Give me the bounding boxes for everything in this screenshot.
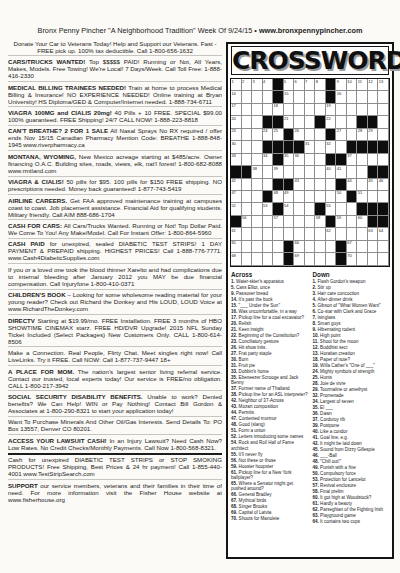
- grid-cell[interactable]: [252, 141, 263, 153]
- grid-cell[interactable]: [305, 216, 316, 228]
- grid-cell[interactable]: 70: [347, 253, 358, 265]
- grid-cell[interactable]: [315, 104, 326, 116]
- clue: 20. Relish: [231, 321, 308, 326]
- cell-number: 17: [231, 103, 235, 108]
- grid-cell[interactable]: [357, 104, 368, 116]
- grid-cell[interactable]: 10: [347, 79, 358, 91]
- grid-cell[interactable]: 58: [315, 216, 326, 228]
- grid-cell[interactable]: [252, 203, 263, 215]
- black-cell: [378, 203, 389, 215]
- grid-cell[interactable]: 31: [305, 141, 316, 153]
- grid-cell[interactable]: 47: [231, 191, 242, 203]
- grid-cell[interactable]: 6: [294, 79, 305, 91]
- ad-item: SUPPORT our service members, veterans an…: [8, 479, 222, 504]
- black-cell: [284, 129, 295, 141]
- ad-item: VIAGRA & CIALIS! 50 pills for $95. 100 p…: [8, 176, 222, 194]
- cell-number: 29: [368, 128, 372, 133]
- grid-cell[interactable]: [252, 116, 263, 128]
- grid-cell[interactable]: [357, 253, 368, 265]
- black-cell: [326, 154, 337, 166]
- grid-cell[interactable]: [315, 141, 326, 153]
- grid-cell[interactable]: [378, 116, 389, 128]
- cell-number: 67: [347, 240, 351, 245]
- clue: 36. Dawn: [313, 411, 390, 416]
- cell-number: 4: [263, 79, 265, 84]
- clue: 15. "___ Under the Sun": [231, 303, 308, 308]
- grid-cell[interactable]: 20: [231, 116, 242, 128]
- grid-cell[interactable]: 3: [252, 79, 263, 91]
- header-text: Bronx Penny Pincher "A Neighborhood Trad…: [38, 26, 259, 35]
- clue-section: Across 1. Water-skier's apparatus5. Cass…: [230, 271, 390, 554]
- grid-cell[interactable]: 15: [284, 91, 295, 103]
- grid-cell[interactable]: 54: [284, 203, 295, 215]
- cell-number: 22: [326, 116, 330, 121]
- grid-cell[interactable]: [336, 228, 347, 240]
- grid-cell[interactable]: [273, 253, 284, 265]
- black-cell: [368, 166, 379, 178]
- grid-cell[interactable]: [252, 191, 263, 203]
- clue: 18. Paper of note?: [313, 357, 390, 362]
- black-cell: [263, 191, 274, 203]
- clue: 52. Letters introducing some names: [231, 434, 308, 439]
- clue: 11. Shoot for the moon: [313, 339, 390, 344]
- clue: 21. Keen insight: [231, 327, 308, 332]
- cell-number: 16: [337, 91, 341, 96]
- clue: 61. Pickup line for a New York ballplaye…: [231, 470, 308, 481]
- black-cell: [368, 116, 379, 128]
- clue: 59. Hoosier hoopster: [231, 464, 308, 469]
- cell-number: 59: [337, 215, 341, 220]
- cell-number: 24: [263, 128, 267, 133]
- grid-cell[interactable]: [284, 228, 295, 240]
- clue: 23. Conciliatory gesture: [231, 339, 308, 344]
- black-cell: [263, 141, 274, 153]
- grid-cell[interactable]: 16: [336, 91, 347, 103]
- grid-cell[interactable]: 34: [263, 154, 274, 166]
- grid-cell[interactable]: [252, 241, 263, 253]
- cell-number: 55: [326, 203, 330, 208]
- grid-cell[interactable]: [305, 91, 316, 103]
- black-cell: [315, 116, 326, 128]
- grid-cell[interactable]: [263, 91, 274, 103]
- grid-cell[interactable]: [326, 253, 337, 265]
- cell-number: 5: [284, 79, 286, 84]
- grid-cell[interactable]: [252, 216, 263, 228]
- grid-cell[interactable]: [242, 203, 253, 215]
- cell-number: 40: [326, 166, 330, 171]
- grid-cell[interactable]: [273, 228, 284, 240]
- cell-number: 69: [295, 253, 299, 258]
- grid-cell[interactable]: [368, 154, 379, 166]
- cell-number: 13: [379, 79, 383, 84]
- grid-cell[interactable]: 69: [294, 253, 305, 265]
- clue: 22. Beginning of the Constitution?: [231, 333, 308, 338]
- grid-cell[interactable]: [305, 154, 316, 166]
- grid-cell[interactable]: 13: [378, 79, 389, 91]
- grid-cell[interactable]: 45: [368, 179, 379, 191]
- grid-cell[interactable]: [368, 91, 379, 103]
- grid-cell[interactable]: [315, 154, 326, 166]
- grid-cell[interactable]: 67: [347, 241, 358, 253]
- grid-cell[interactable]: [252, 154, 263, 166]
- grid-cell[interactable]: [326, 179, 337, 191]
- grid-cell[interactable]: 50: [336, 191, 347, 203]
- grid-cell[interactable]: [336, 203, 347, 215]
- grid-cell[interactable]: 4: [263, 79, 274, 91]
- black-cell: [231, 216, 242, 228]
- grid-cell[interactable]: 12: [368, 79, 379, 91]
- cell-number: 62: [326, 228, 330, 233]
- grid-cell[interactable]: [294, 203, 305, 215]
- clue: 2. Stir up: [313, 285, 390, 290]
- grid-cell[interactable]: [357, 91, 368, 103]
- black-cell: [242, 166, 253, 178]
- grid-cell[interactable]: 40: [326, 166, 337, 178]
- grid-cell[interactable]: 65: [231, 241, 242, 253]
- across-header: Across: [231, 271, 308, 278]
- grid-cell[interactable]: 25: [273, 129, 284, 141]
- grid-cell[interactable]: 7: [305, 79, 316, 91]
- grid-cell[interactable]: 46: [378, 179, 389, 191]
- black-cell: [326, 79, 337, 91]
- grid-cell[interactable]: [242, 141, 253, 153]
- grid-cell[interactable]: 53: [263, 203, 274, 215]
- cell-number: 23: [231, 128, 235, 133]
- grid-cell[interactable]: [252, 228, 263, 240]
- grid-cell[interactable]: [368, 191, 379, 203]
- grid-cell[interactable]: 64: [378, 228, 389, 240]
- grid-cell[interactable]: [347, 228, 358, 240]
- grid-cell[interactable]: [315, 179, 326, 191]
- cell-number: 44: [347, 178, 351, 183]
- grid-cell[interactable]: [357, 154, 368, 166]
- black-cell: [263, 116, 274, 128]
- grid-cell[interactable]: [273, 241, 284, 253]
- grid-cell[interactable]: [357, 179, 368, 191]
- cell-number: 14: [231, 91, 235, 96]
- clue: 38. Pickup line for an ASL interpreter?: [231, 392, 308, 397]
- grid-cell[interactable]: [252, 91, 263, 103]
- clue: 19. Willa Cather's "One of ___": [313, 363, 390, 368]
- clue: 57. Revival enclosure: [313, 483, 390, 488]
- clue: 35. Ebeneezer Scrooge and Jack Benny: [231, 375, 308, 386]
- grid-cell[interactable]: [378, 154, 389, 166]
- grid-cell[interactable]: [347, 203, 358, 215]
- grid-cell[interactable]: 60: [357, 216, 368, 228]
- ad-item: Make a Connection. Real People, Flirty C…: [8, 346, 222, 364]
- grid-cell[interactable]: 2: [242, 79, 253, 91]
- grid-cell[interactable]: [326, 191, 337, 203]
- grid-cell[interactable]: 38: [252, 166, 263, 178]
- grid-cell[interactable]: [294, 166, 305, 178]
- grid-cell[interactable]: 28: [357, 129, 368, 141]
- cell-number: 60: [358, 215, 362, 220]
- grid-cell[interactable]: [263, 253, 274, 265]
- cell-number: 34: [263, 153, 267, 158]
- grid-cell[interactable]: [263, 241, 274, 253]
- grid-cell[interactable]: 11: [357, 79, 368, 91]
- grid-cell[interactable]: [305, 129, 316, 141]
- grid-cell[interactable]: 37: [347, 154, 358, 166]
- grid-cell[interactable]: [252, 179, 263, 191]
- grid-cell[interactable]: 14: [231, 91, 242, 103]
- grid-cell[interactable]: 42: [231, 179, 242, 191]
- grid-cell[interactable]: 29: [368, 129, 379, 141]
- grid-cell[interactable]: [347, 104, 358, 116]
- grid-cell[interactable]: [368, 241, 379, 253]
- grid-cell[interactable]: [378, 253, 389, 265]
- grid-cell[interactable]: 22: [326, 116, 337, 128]
- grid-cell[interactable]: [347, 91, 358, 103]
- black-cell: [336, 253, 347, 265]
- grid-cell[interactable]: [378, 104, 389, 116]
- grid-cell[interactable]: 18: [273, 104, 284, 116]
- grid-cell[interactable]: [305, 191, 316, 203]
- grid-cell[interactable]: 41: [336, 166, 347, 178]
- grid-cell[interactable]: 1: [231, 79, 242, 91]
- grid-cell[interactable]: [336, 104, 347, 116]
- grid-cell[interactable]: [294, 191, 305, 203]
- clue: 45. Sound from Dizzy Gillespie: [313, 447, 390, 452]
- black-cell: [273, 79, 284, 91]
- grid-cell[interactable]: [263, 104, 274, 116]
- grid-cell[interactable]: 57: [273, 216, 284, 228]
- black-cell: [294, 141, 305, 153]
- grid-cell[interactable]: [294, 216, 305, 228]
- clue: 5. Gibson of "What Women Want": [313, 303, 390, 308]
- clue: 48. Good (slang): [231, 422, 308, 427]
- grid-cell[interactable]: [294, 91, 305, 103]
- clue: 65. Where a Senator might get pushed aro…: [231, 481, 308, 492]
- grid-cell[interactable]: [347, 166, 358, 178]
- grid-cell[interactable]: 62: [326, 228, 337, 240]
- clue: 49. Punish with a fine: [313, 465, 390, 470]
- cell-number: 51: [358, 190, 362, 195]
- grid-cell[interactable]: 52: [231, 203, 242, 215]
- grid-cell[interactable]: [305, 116, 316, 128]
- black-cell: [231, 166, 242, 178]
- grid-cell[interactable]: 9: [336, 79, 347, 91]
- grid-cell[interactable]: [378, 129, 389, 141]
- grid-cell[interactable]: [242, 241, 253, 253]
- classified-ads-column: Donate Your Car to Veterans Today! Help …: [8, 38, 222, 568]
- grid-cell[interactable]: 33: [231, 154, 242, 166]
- grid-cell[interactable]: 39: [273, 166, 284, 178]
- clue: 29. Tourmaline or amethyst: [313, 387, 390, 392]
- crossword-grid[interactable]: 1234567891011121314151617181920212223242…: [230, 78, 390, 267]
- ad-item: CASH FOR CARS: All Cars/Trucks Wanted. R…: [8, 219, 222, 237]
- grid-cell[interactable]: [315, 166, 326, 178]
- grid-cell[interactable]: [305, 166, 316, 178]
- cell-number: 50: [337, 190, 341, 195]
- black-cell: [284, 141, 295, 153]
- grid-cell[interactable]: [315, 191, 326, 203]
- grid-cell[interactable]: [294, 104, 305, 116]
- ad-item: CAN'T BREATHE? 2 FOR 1 SALE All Nasal Sp…: [8, 125, 222, 150]
- grid-cell[interactable]: [252, 129, 263, 141]
- grid-cell[interactable]: [242, 91, 253, 103]
- grid-cell[interactable]: 44: [347, 179, 358, 191]
- black-cell: [347, 191, 358, 203]
- grid-cell[interactable]: [305, 179, 316, 191]
- grid-cell[interactable]: 24: [263, 129, 274, 141]
- cell-number: 42: [231, 178, 235, 183]
- grid-cell[interactable]: [263, 179, 274, 191]
- grid-cell[interactable]: [305, 253, 316, 265]
- grid-cell[interactable]: [357, 241, 368, 253]
- grid-cell[interactable]: 35: [284, 154, 295, 166]
- grid-cell[interactable]: [305, 241, 316, 253]
- header-url: www.bronxpennypincher.com: [259, 26, 363, 35]
- grid-cell[interactable]: [315, 228, 326, 240]
- grid-cell[interactable]: [263, 216, 274, 228]
- clue: 43. Mozart composition: [231, 404, 308, 409]
- grid-cell[interactable]: [305, 228, 316, 240]
- grid-cell[interactable]: [284, 166, 295, 178]
- grid-cell[interactable]: 26: [294, 129, 305, 141]
- clue: 25. Hunts: [313, 375, 390, 380]
- grid-cell[interactable]: 48: [273, 191, 284, 203]
- grid-cell[interactable]: [368, 104, 379, 116]
- ad-item: Donate Your Car to Veterans Today! Help …: [8, 38, 222, 55]
- grid-cell[interactable]: 21: [284, 116, 295, 128]
- cell-number: 49: [284, 190, 288, 195]
- grid-cell[interactable]: [284, 216, 295, 228]
- clue: 70. Shouts for Manolete: [231, 516, 308, 521]
- grid-cell[interactable]: 49: [284, 191, 295, 203]
- page-header: Bronx Penny Pincher "A Neighborhood Trad…: [0, 26, 400, 35]
- clue: 48. "Chill out!": [313, 459, 390, 464]
- grid-cell[interactable]: [305, 104, 316, 116]
- grid-cell[interactable]: [263, 228, 274, 240]
- grid-cell[interactable]: 56: [242, 216, 253, 228]
- ad-item: MEDICAL BILLING TRAINEES NEEDED! Train a…: [8, 81, 222, 106]
- grid-cell[interactable]: [252, 253, 263, 265]
- cell-number: 3: [252, 79, 254, 84]
- cell-number: 30: [231, 141, 235, 146]
- cell-number: 31: [305, 141, 309, 146]
- grid-cell[interactable]: 55: [326, 203, 337, 215]
- grid-cell[interactable]: 8: [315, 79, 326, 91]
- black-cell: [326, 216, 337, 228]
- grid-cell[interactable]: [242, 191, 253, 203]
- grid-cell[interactable]: 59: [336, 216, 347, 228]
- crossword-title: CROSSWORD: [231, 46, 389, 75]
- grid-cell[interactable]: [242, 104, 253, 116]
- clue: 58. Final prelim: [313, 489, 390, 494]
- down-header: Down: [313, 271, 390, 278]
- cell-number: 61: [231, 228, 235, 233]
- cell-number: 38: [252, 166, 256, 171]
- grid-cell[interactable]: [378, 91, 389, 103]
- grid-cell[interactable]: 66: [294, 241, 305, 253]
- grid-cell[interactable]: [336, 116, 347, 128]
- cell-number: 9: [337, 79, 339, 84]
- clue: 9. Hibernating rodent: [313, 327, 390, 332]
- grid-cell[interactable]: [294, 116, 305, 128]
- grid-cell[interactable]: 19: [326, 104, 337, 116]
- grid-cell[interactable]: 23: [231, 129, 242, 141]
- ad-item: MONTANA, WYOMING, New Mexico acreage sta…: [8, 150, 222, 175]
- cell-number: 19: [326, 103, 330, 108]
- ad-item: Cash for unexpired DIABETIC TEST STRIPS …: [8, 453, 222, 479]
- grid-cell[interactable]: [252, 104, 263, 116]
- ad-item: Want To Purchase Minerals And Other Oil/…: [8, 416, 222, 434]
- grid-cell[interactable]: [368, 253, 379, 265]
- cell-number: 68: [231, 253, 235, 258]
- black-cell: [336, 154, 347, 166]
- grid-cell[interactable]: 61: [231, 228, 242, 240]
- grid-cell[interactable]: 51: [357, 191, 368, 203]
- grid-cell[interactable]: [347, 216, 358, 228]
- grid-cell[interactable]: 30: [231, 141, 242, 153]
- grid-cell[interactable]: [242, 116, 253, 128]
- clue: 30. Born: [231, 357, 308, 362]
- grid-cell[interactable]: [315, 241, 326, 253]
- grid-cell[interactable]: [378, 191, 389, 203]
- black-cell: [273, 141, 284, 153]
- grid-cell[interactable]: 32: [326, 141, 337, 153]
- grid-cell[interactable]: 43: [294, 179, 305, 191]
- grid-cell[interactable]: 36: [294, 154, 305, 166]
- clue: 63. Playground game: [313, 513, 390, 518]
- clue: 55. It'll never fly: [231, 452, 308, 457]
- grid-cell[interactable]: [242, 179, 253, 191]
- grid-cell[interactable]: [357, 166, 368, 178]
- ads-list: Donate Your Car to Veterans Today! Help …: [8, 38, 222, 504]
- ad-item: DIRECTV Starting at $19.99/mo. FREE Inst…: [8, 314, 222, 346]
- clue: 41. Goal line, e.g.: [313, 435, 390, 440]
- grid-cell[interactable]: [347, 129, 358, 141]
- grid-cell[interactable]: [284, 104, 295, 116]
- cell-number: 15: [284, 91, 288, 96]
- clue: 17. Pickup line for a coal excavator?: [231, 315, 308, 320]
- clue: 26. Hit show inits.: [231, 345, 308, 350]
- grid-cell[interactable]: [315, 129, 326, 141]
- clue: 1. Flash Gordon's weapon: [313, 279, 390, 284]
- grid-cell[interactable]: [305, 203, 316, 215]
- grid-cell[interactable]: 17: [231, 104, 242, 116]
- grid-cell[interactable]: [242, 129, 253, 141]
- cell-number: 66: [295, 240, 299, 245]
- grid-cell[interactable]: [242, 253, 253, 265]
- cell-number: 45: [368, 178, 372, 183]
- cell-number: 63: [368, 228, 372, 233]
- black-cell: [378, 166, 389, 178]
- grid-cell[interactable]: 5: [284, 79, 295, 91]
- down-list: 1. Flash Gordon's weapon2. Stir up3. Hai…: [313, 279, 390, 524]
- grid-cell[interactable]: [326, 241, 337, 253]
- grid-cell[interactable]: 27: [336, 129, 347, 141]
- grid-cell[interactable]: [263, 166, 274, 178]
- grid-cell[interactable]: [242, 154, 253, 166]
- crossword-box: CROSSWORD 123456789101112131415161718192…: [226, 42, 394, 559]
- grid-cell[interactable]: [294, 228, 305, 240]
- cell-number: 41: [337, 166, 341, 171]
- grid-cell[interactable]: 68: [231, 253, 242, 265]
- grid-cell[interactable]: [315, 253, 326, 265]
- grid-cell[interactable]: [315, 91, 326, 103]
- grid-cell[interactable]: [378, 241, 389, 253]
- grid-cell[interactable]: [357, 228, 368, 240]
- clue: 31. Fruit pie: [231, 363, 308, 368]
- grid-cell[interactable]: [347, 116, 358, 128]
- grid-cell[interactable]: 63: [368, 228, 379, 240]
- grid-cell[interactable]: [336, 141, 347, 153]
- clue: 39. Postpone: [313, 423, 390, 428]
- cell-number: 7: [305, 79, 307, 84]
- grid-cell[interactable]: [242, 228, 253, 240]
